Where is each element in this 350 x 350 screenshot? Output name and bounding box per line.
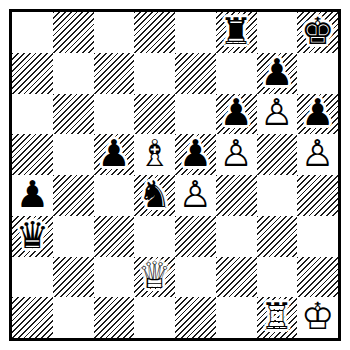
black-pawn[interactable]: ♟ — [16, 176, 49, 213]
square-h7[interactable] — [297, 53, 338, 94]
square-d1[interactable] — [134, 297, 175, 338]
square-a5[interactable] — [12, 134, 53, 175]
square-h8[interactable]: ♚ — [297, 12, 338, 53]
square-b6[interactable] — [53, 94, 94, 135]
square-b7[interactable] — [53, 53, 94, 94]
square-g2[interactable] — [257, 257, 298, 298]
square-c4[interactable] — [94, 175, 135, 216]
board-frame: ♜♚♟♟♙♟♟♗♟♙♙♟♞♙♛♕♖♔ — [9, 9, 341, 341]
black-pawn[interactable]: ♟ — [220, 94, 253, 131]
square-c6[interactable] — [94, 94, 135, 135]
square-b8[interactable] — [53, 12, 94, 53]
square-b2[interactable] — [53, 257, 94, 298]
chess-board: ♜♚♟♟♙♟♟♗♟♙♙♟♞♙♛♕♖♔ — [12, 12, 338, 338]
square-g3[interactable] — [257, 216, 298, 257]
black-pawn[interactable]: ♟ — [301, 94, 334, 131]
square-a8[interactable] — [12, 12, 53, 53]
square-f3[interactable] — [216, 216, 257, 257]
square-e8[interactable] — [175, 12, 216, 53]
square-f8[interactable]: ♜ — [216, 12, 257, 53]
square-d4[interactable]: ♞ — [134, 175, 175, 216]
square-h5[interactable]: ♙ — [297, 134, 338, 175]
square-f5[interactable]: ♙ — [216, 134, 257, 175]
square-e7[interactable] — [175, 53, 216, 94]
black-queen[interactable]: ♛ — [16, 217, 49, 254]
square-h3[interactable] — [297, 216, 338, 257]
square-h1[interactable]: ♔ — [297, 297, 338, 338]
square-h6[interactable]: ♟ — [297, 94, 338, 135]
black-knight[interactable]: ♞ — [138, 176, 171, 213]
square-a1[interactable] — [12, 297, 53, 338]
square-c3[interactable] — [94, 216, 135, 257]
square-g1[interactable]: ♖ — [257, 297, 298, 338]
square-d8[interactable] — [134, 12, 175, 53]
square-g4[interactable] — [257, 175, 298, 216]
white-pawn[interactable]: ♙ — [260, 94, 293, 131]
white-queen[interactable]: ♕ — [138, 257, 171, 294]
square-b1[interactable] — [53, 297, 94, 338]
square-a2[interactable] — [12, 257, 53, 298]
white-pawn[interactable]: ♙ — [301, 135, 334, 172]
white-rook[interactable]: ♖ — [260, 298, 293, 335]
square-a3[interactable]: ♛ — [12, 216, 53, 257]
square-f4[interactable] — [216, 175, 257, 216]
white-pawn[interactable]: ♙ — [220, 135, 253, 172]
square-b5[interactable] — [53, 134, 94, 175]
square-c1[interactable] — [94, 297, 135, 338]
square-c2[interactable] — [94, 257, 135, 298]
square-e3[interactable] — [175, 216, 216, 257]
square-c5[interactable]: ♟ — [94, 134, 135, 175]
square-f2[interactable] — [216, 257, 257, 298]
square-g7[interactable]: ♟ — [257, 53, 298, 94]
white-pawn[interactable]: ♙ — [179, 176, 212, 213]
square-a7[interactable] — [12, 53, 53, 94]
square-h2[interactable] — [297, 257, 338, 298]
square-d6[interactable] — [134, 94, 175, 135]
square-d5[interactable]: ♗ — [134, 134, 175, 175]
square-e5[interactable]: ♟ — [175, 134, 216, 175]
square-f7[interactable] — [216, 53, 257, 94]
square-d7[interactable] — [134, 53, 175, 94]
square-e2[interactable] — [175, 257, 216, 298]
square-g5[interactable] — [257, 134, 298, 175]
black-pawn[interactable]: ♟ — [179, 135, 212, 172]
square-h4[interactable] — [297, 175, 338, 216]
square-g6[interactable]: ♙ — [257, 94, 298, 135]
chess-diagram: ♜♚♟♟♙♟♟♗♟♙♙♟♞♙♛♕♖♔ — [0, 0, 350, 350]
square-a6[interactable] — [12, 94, 53, 135]
black-rook[interactable]: ♜ — [220, 13, 253, 50]
square-b4[interactable] — [53, 175, 94, 216]
white-king[interactable]: ♔ — [301, 298, 334, 335]
square-d2[interactable]: ♕ — [134, 257, 175, 298]
square-b3[interactable] — [53, 216, 94, 257]
white-bishop[interactable]: ♗ — [138, 135, 171, 172]
square-c8[interactable] — [94, 12, 135, 53]
black-pawn[interactable]: ♟ — [97, 135, 130, 172]
black-pawn[interactable]: ♟ — [260, 54, 293, 91]
square-a4[interactable]: ♟ — [12, 175, 53, 216]
square-f1[interactable] — [216, 297, 257, 338]
square-e1[interactable] — [175, 297, 216, 338]
square-e4[interactable]: ♙ — [175, 175, 216, 216]
square-e6[interactable] — [175, 94, 216, 135]
black-king[interactable]: ♚ — [301, 13, 334, 50]
square-g8[interactable] — [257, 12, 298, 53]
square-c7[interactable] — [94, 53, 135, 94]
square-f6[interactable]: ♟ — [216, 94, 257, 135]
square-d3[interactable] — [134, 216, 175, 257]
